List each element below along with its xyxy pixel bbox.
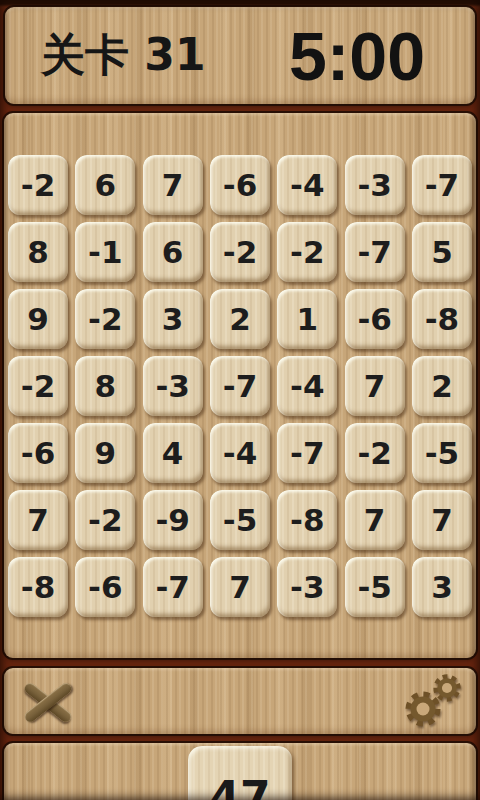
number-tile[interactable]: -2 xyxy=(75,490,135,550)
number-tile[interactable]: -2 xyxy=(8,155,68,215)
board-panel: -267-6-4-3-78-16-2-2-759-2321-6-8-28-3-7… xyxy=(4,113,476,658)
number-tile[interactable]: -8 xyxy=(8,557,68,617)
number-tile[interactable]: -8 xyxy=(277,490,337,550)
target-tile: 47 xyxy=(188,746,292,800)
number-tile[interactable]: -6 xyxy=(8,423,68,483)
toolbar-panel xyxy=(4,668,476,734)
number-tile[interactable]: -5 xyxy=(345,557,405,617)
number-tile[interactable]: -2 xyxy=(345,423,405,483)
number-tile[interactable]: -2 xyxy=(277,222,337,282)
number-tile[interactable]: 6 xyxy=(143,222,203,282)
number-tile[interactable]: -5 xyxy=(210,490,270,550)
number-tile[interactable]: -5 xyxy=(412,423,472,483)
number-tile[interactable]: -7 xyxy=(412,155,472,215)
number-grid: -267-6-4-3-78-16-2-2-759-2321-6-8-28-3-7… xyxy=(8,155,472,617)
close-button[interactable] xyxy=(18,673,76,729)
number-tile[interactable]: -7 xyxy=(345,222,405,282)
level-label: 关卡 31 xyxy=(41,26,206,85)
number-tile[interactable]: 7 xyxy=(345,490,405,550)
number-tile[interactable]: -2 xyxy=(210,222,270,282)
number-tile[interactable]: -4 xyxy=(277,155,337,215)
game-screen: 关卡 31 5:00 -267-6-4-3-78-16-2-2-759-2321… xyxy=(0,0,480,800)
number-tile[interactable]: 5 xyxy=(412,222,472,282)
number-tile[interactable]: -7 xyxy=(277,423,337,483)
number-tile[interactable]: -7 xyxy=(210,356,270,416)
number-tile[interactable]: 8 xyxy=(8,222,68,282)
number-tile[interactable]: 3 xyxy=(143,289,203,349)
timer: 5:00 xyxy=(289,17,425,95)
number-tile[interactable]: 1 xyxy=(277,289,337,349)
number-tile[interactable]: 2 xyxy=(412,356,472,416)
number-tile[interactable]: 9 xyxy=(8,289,68,349)
number-tile[interactable]: 2 xyxy=(210,289,270,349)
number-tile[interactable]: -7 xyxy=(143,557,203,617)
target-value: 47 xyxy=(209,772,270,800)
number-tile[interactable]: -8 xyxy=(412,289,472,349)
gears-icon xyxy=(398,672,464,730)
number-tile[interactable]: -2 xyxy=(75,289,135,349)
number-tile[interactable]: 7 xyxy=(412,490,472,550)
number-tile[interactable]: 3 xyxy=(412,557,472,617)
number-tile[interactable]: -4 xyxy=(277,356,337,416)
number-tile[interactable]: 7 xyxy=(210,557,270,617)
number-tile[interactable]: 9 xyxy=(75,423,135,483)
number-tile[interactable]: 7 xyxy=(345,356,405,416)
number-tile[interactable]: 6 xyxy=(75,155,135,215)
number-tile[interactable]: -6 xyxy=(345,289,405,349)
settings-button[interactable] xyxy=(398,672,464,730)
number-tile[interactable]: -3 xyxy=(277,557,337,617)
number-tile[interactable]: -9 xyxy=(143,490,203,550)
number-tile[interactable]: -6 xyxy=(75,557,135,617)
number-tile[interactable]: 4 xyxy=(143,423,203,483)
target-panel: 47 xyxy=(4,743,476,800)
number-tile[interactable]: -3 xyxy=(143,356,203,416)
number-tile[interactable]: -2 xyxy=(8,356,68,416)
number-tile[interactable]: 7 xyxy=(143,155,203,215)
number-tile[interactable]: -4 xyxy=(210,423,270,483)
number-tile[interactable]: -3 xyxy=(345,155,405,215)
number-tile[interactable]: 8 xyxy=(75,356,135,416)
number-tile[interactable]: 7 xyxy=(8,490,68,550)
header-panel: 关卡 31 5:00 xyxy=(5,7,475,104)
number-tile[interactable]: -6 xyxy=(210,155,270,215)
number-tile[interactable]: -1 xyxy=(75,222,135,282)
